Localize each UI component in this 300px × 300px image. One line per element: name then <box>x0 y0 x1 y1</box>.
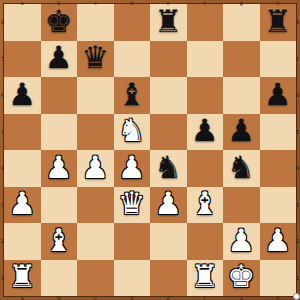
square-h8[interactable]: ♜ <box>260 4 297 41</box>
square-b8[interactable]: ♚ <box>41 4 78 41</box>
square-a5[interactable] <box>4 114 41 151</box>
square-h7[interactable] <box>260 41 297 78</box>
white-to-move-indicator <box>293 293 300 300</box>
square-e8[interactable]: ♜ <box>150 4 187 41</box>
square-b3[interactable] <box>41 187 78 224</box>
rank-label-right: 4 <box>296 166 299 171</box>
white-pawn-piece[interactable]: ♟ <box>8 188 36 219</box>
black-knight-piece[interactable]: ♞ <box>154 152 182 183</box>
white-pawn-piece[interactable]: ♟ <box>118 152 146 183</box>
rank-label-right: 2 <box>296 239 299 244</box>
rank-label-left: 5 <box>1 129 4 134</box>
square-c8[interactable] <box>77 4 114 41</box>
square-h6[interactable]: ♟ <box>260 77 297 114</box>
black-queen-piece[interactable]: ♛ <box>81 42 109 73</box>
square-c5[interactable] <box>77 114 114 151</box>
square-g1[interactable]: ♚ <box>223 260 260 297</box>
black-rook-piece[interactable]: ♜ <box>264 6 292 37</box>
square-g8[interactable] <box>223 4 260 41</box>
chess-board[interactable]: ♚♜♜♟♛♟♝♟♞♟♟♟♟♟♞♞♟♛♟♝♝♟♟♜♜♚ <box>4 4 296 296</box>
rank-label-right: 8 <box>296 20 299 25</box>
rank-label-right: 6 <box>296 93 299 98</box>
file-label-bottom: b <box>57 295 60 300</box>
black-bishop-piece[interactable]: ♝ <box>118 79 146 110</box>
square-a8[interactable] <box>4 4 41 41</box>
white-bishop-piece[interactable]: ♝ <box>191 188 219 219</box>
rank-label-left: 7 <box>1 56 4 61</box>
file-label-bottom: h <box>276 295 279 300</box>
file-label-top: a <box>21 0 24 5</box>
white-pawn-piece[interactable]: ♟ <box>45 152 73 183</box>
file-label-bottom: f <box>204 295 206 300</box>
square-b5[interactable] <box>41 114 78 151</box>
white-pawn-piece[interactable]: ♟ <box>227 225 255 256</box>
square-h3[interactable] <box>260 187 297 224</box>
white-bishop-piece[interactable]: ♝ <box>45 225 73 256</box>
board-frame: ♚♜♜♟♛♟♝♟♞♟♟♟♟♟♞♞♟♛♟♝♝♟♟♜♜♚ aa88bb77cc66d… <box>0 0 300 300</box>
file-label-bottom: g <box>240 295 243 300</box>
white-king-piece[interactable]: ♚ <box>227 261 255 292</box>
square-a3[interactable]: ♟ <box>4 187 41 224</box>
rank-label-right: 7 <box>296 56 299 61</box>
square-b1[interactable] <box>41 260 78 297</box>
square-a7[interactable] <box>4 41 41 78</box>
file-label-top: g <box>240 0 243 5</box>
square-g3[interactable] <box>223 187 260 224</box>
black-pawn-piece[interactable]: ♟ <box>191 115 219 146</box>
square-d8[interactable] <box>114 4 151 41</box>
square-d4[interactable]: ♟ <box>114 150 151 187</box>
square-b7[interactable]: ♟ <box>41 41 78 78</box>
square-a6[interactable]: ♟ <box>4 77 41 114</box>
square-g4[interactable]: ♞ <box>223 150 260 187</box>
square-f1[interactable]: ♜ <box>187 260 224 297</box>
square-e3[interactable]: ♟ <box>150 187 187 224</box>
square-c6[interactable] <box>77 77 114 114</box>
file-label-top: d <box>130 0 133 5</box>
square-h5[interactable] <box>260 114 297 151</box>
square-e7[interactable] <box>150 41 187 78</box>
square-c4[interactable]: ♟ <box>77 150 114 187</box>
white-queen-piece[interactable]: ♛ <box>118 188 146 219</box>
black-pawn-piece[interactable]: ♟ <box>227 115 255 146</box>
square-a4[interactable] <box>4 150 41 187</box>
file-label-bottom: a <box>21 295 24 300</box>
square-d1[interactable] <box>114 260 151 297</box>
square-f4[interactable] <box>187 150 224 187</box>
square-f3[interactable]: ♝ <box>187 187 224 224</box>
square-b2[interactable]: ♝ <box>41 223 78 260</box>
black-king-piece[interactable]: ♚ <box>45 6 73 37</box>
square-g6[interactable] <box>223 77 260 114</box>
square-d5[interactable]: ♞ <box>114 114 151 151</box>
square-d7[interactable] <box>114 41 151 78</box>
square-h4[interactable] <box>260 150 297 187</box>
black-pawn-piece[interactable]: ♟ <box>8 79 36 110</box>
white-pawn-piece[interactable]: ♟ <box>154 188 182 219</box>
square-a1[interactable]: ♜ <box>4 260 41 297</box>
file-label-top: h <box>276 0 279 5</box>
square-e5[interactable] <box>150 114 187 151</box>
white-rook-piece[interactable]: ♜ <box>191 261 219 292</box>
rank-label-left: 6 <box>1 93 4 98</box>
square-e4[interactable]: ♞ <box>150 150 187 187</box>
square-c1[interactable] <box>77 260 114 297</box>
square-h2[interactable]: ♟ <box>260 223 297 260</box>
square-b4[interactable]: ♟ <box>41 150 78 187</box>
file-label-top: c <box>94 0 97 5</box>
black-pawn-piece[interactable]: ♟ <box>264 79 292 110</box>
square-c7[interactable]: ♛ <box>77 41 114 78</box>
square-b6[interactable] <box>41 77 78 114</box>
white-rook-piece[interactable]: ♜ <box>8 261 36 292</box>
white-pawn-piece[interactable]: ♟ <box>264 225 292 256</box>
square-f5[interactable]: ♟ <box>187 114 224 151</box>
square-h1[interactable] <box>260 260 297 297</box>
square-g7[interactable] <box>223 41 260 78</box>
square-e1[interactable] <box>150 260 187 297</box>
square-f7[interactable] <box>187 41 224 78</box>
rank-label-left: 8 <box>1 20 4 25</box>
square-f2[interactable] <box>187 223 224 260</box>
square-f6[interactable] <box>187 77 224 114</box>
file-label-top: b <box>57 0 60 5</box>
square-e2[interactable] <box>150 223 187 260</box>
file-label-top: e <box>167 0 170 5</box>
square-a2[interactable] <box>4 223 41 260</box>
file-label-bottom: c <box>94 295 97 300</box>
rank-label-left: 1 <box>1 275 4 280</box>
square-g5[interactable]: ♟ <box>223 114 260 151</box>
rank-label-left: 4 <box>1 166 4 171</box>
file-label-top: f <box>204 0 206 5</box>
square-d2[interactable] <box>114 223 151 260</box>
rank-label-right: 3 <box>296 202 299 207</box>
black-pawn-piece[interactable]: ♟ <box>45 42 73 73</box>
white-pawn-piece[interactable]: ♟ <box>81 152 109 183</box>
square-c2[interactable] <box>77 223 114 260</box>
square-e6[interactable] <box>150 77 187 114</box>
square-g2[interactable]: ♟ <box>223 223 260 260</box>
square-d3[interactable]: ♛ <box>114 187 151 224</box>
white-knight-piece[interactable]: ♞ <box>118 115 146 146</box>
black-rook-piece[interactable]: ♜ <box>154 6 182 37</box>
rank-label-left: 3 <box>1 202 4 207</box>
rank-label-right: 1 <box>296 275 299 280</box>
square-c3[interactable] <box>77 187 114 224</box>
square-d6[interactable]: ♝ <box>114 77 151 114</box>
rank-label-left: 2 <box>1 239 4 244</box>
file-label-bottom: d <box>130 295 133 300</box>
rank-label-right: 5 <box>296 129 299 134</box>
black-knight-piece[interactable]: ♞ <box>227 152 255 183</box>
square-f8[interactable] <box>187 4 224 41</box>
file-label-bottom: e <box>167 295 170 300</box>
